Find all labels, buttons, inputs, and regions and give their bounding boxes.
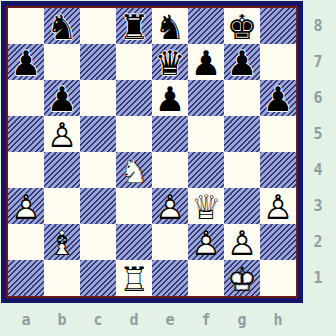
square-e6[interactable]: ♟ — [152, 80, 188, 116]
square-h3[interactable]: ♟♙ — [260, 188, 296, 224]
square-a5[interactable] — [8, 116, 44, 152]
square-g8[interactable]: ♚ — [224, 8, 260, 44]
square-b4[interactable] — [44, 152, 80, 188]
piece-white-king-g1[interactable]: ♚♔ — [224, 260, 260, 296]
file-label-b: b — [44, 305, 80, 335]
square-e4[interactable] — [152, 152, 188, 188]
piece-glyph: ♛ — [152, 45, 188, 80]
square-c8[interactable] — [80, 8, 116, 44]
square-d8[interactable]: ♜ — [116, 8, 152, 44]
square-e8[interactable]: ♞ — [152, 8, 188, 44]
rank-label-8: 8 — [303, 8, 333, 44]
rank-label-2: 2 — [303, 224, 333, 260]
file-label-c: c — [80, 305, 116, 335]
square-h2[interactable] — [260, 224, 296, 260]
square-e5[interactable] — [152, 116, 188, 152]
piece-glyph: ♟ — [8, 45, 44, 80]
piece-glyph: ♙ — [224, 225, 260, 260]
square-c1[interactable] — [80, 260, 116, 296]
piece-glyph: ♞ — [152, 9, 188, 44]
square-f7[interactable]: ♟ — [188, 44, 224, 80]
file-label-e: e — [152, 305, 188, 335]
file-label-h: h — [260, 305, 296, 335]
square-h6[interactable]: ♟ — [260, 80, 296, 116]
chess-diagram-page: ♞♜♞♚♟♛♟♟♟♟♟♟♙♞♘♟♙♟♙♛♕♟♙♝♗♟♙♟♙♜♖♚♔ 876543… — [0, 0, 336, 336]
piece-glyph: ♞ — [116, 153, 152, 188]
square-h5[interactable] — [260, 116, 296, 152]
piece-black-king-g8[interactable]: ♚ — [224, 8, 260, 44]
piece-white-pawn-b5[interactable]: ♟♙ — [44, 116, 80, 152]
square-g2[interactable]: ♟♙ — [224, 224, 260, 260]
piece-glyph: ♜ — [116, 9, 152, 44]
file-label-f: f — [188, 305, 224, 335]
rank-label-3: 3 — [303, 188, 333, 224]
piece-glyph: ♟ — [224, 45, 260, 80]
square-a7[interactable]: ♟ — [8, 44, 44, 80]
rank-label-6: 6 — [303, 80, 333, 116]
piece-glyph: ♟ — [44, 117, 80, 152]
square-c4[interactable] — [80, 152, 116, 188]
piece-black-pawn-g7[interactable]: ♟ — [224, 44, 260, 80]
piece-black-queen-e7[interactable]: ♛ — [152, 44, 188, 80]
square-d5[interactable] — [116, 116, 152, 152]
piece-glyph: ♟ — [188, 225, 224, 260]
square-a4[interactable] — [8, 152, 44, 188]
square-h7[interactable] — [260, 44, 296, 80]
piece-black-pawn-h6[interactable]: ♟ — [260, 80, 296, 116]
piece-black-rook-d8[interactable]: ♜ — [116, 8, 152, 44]
piece-glyph: ♔ — [224, 261, 260, 296]
piece-glyph: ♟ — [260, 189, 296, 224]
file-label-a: a — [8, 305, 44, 335]
square-f4[interactable] — [188, 152, 224, 188]
piece-glyph: ♚ — [224, 261, 260, 296]
piece-white-rook-d1[interactable]: ♜♖ — [116, 260, 152, 296]
square-b1[interactable] — [44, 260, 80, 296]
piece-black-pawn-f7[interactable]: ♟ — [188, 44, 224, 80]
square-g4[interactable] — [224, 152, 260, 188]
file-label-d: d — [116, 305, 152, 335]
square-d7[interactable] — [116, 44, 152, 80]
piece-glyph: ♙ — [152, 189, 188, 224]
piece-glyph: ♟ — [188, 45, 224, 80]
square-a1[interactable] — [8, 260, 44, 296]
piece-glyph: ♕ — [188, 189, 224, 224]
square-e3[interactable]: ♟♙ — [152, 188, 188, 224]
piece-white-pawn-e3[interactable]: ♟♙ — [152, 188, 188, 224]
piece-glyph: ♙ — [260, 189, 296, 224]
square-f3[interactable]: ♛♕ — [188, 188, 224, 224]
piece-glyph: ♗ — [44, 225, 80, 260]
piece-glyph: ♟ — [152, 81, 188, 116]
rank-label-5: 5 — [303, 116, 333, 152]
square-b6[interactable]: ♟ — [44, 80, 80, 116]
square-b2[interactable]: ♝♗ — [44, 224, 80, 260]
square-f2[interactable]: ♟♙ — [188, 224, 224, 260]
square-g5[interactable] — [224, 116, 260, 152]
piece-glyph: ♜ — [116, 261, 152, 296]
piece-white-pawn-g2[interactable]: ♟♙ — [224, 224, 260, 260]
square-d6[interactable] — [116, 80, 152, 116]
piece-glyph: ♙ — [188, 225, 224, 260]
piece-black-pawn-a7[interactable]: ♟ — [8, 44, 44, 80]
chess-board: ♞♜♞♚♟♛♟♟♟♟♟♟♙♞♘♟♙♟♙♛♕♟♙♝♗♟♙♟♙♜♖♚♔ — [8, 8, 296, 296]
square-f6[interactable] — [188, 80, 224, 116]
piece-white-pawn-a3[interactable]: ♟♙ — [8, 188, 44, 224]
piece-glyph: ♝ — [44, 225, 80, 260]
rank-label-1: 1 — [303, 260, 333, 296]
square-a3[interactable]: ♟♙ — [8, 188, 44, 224]
piece-white-bishop-b2[interactable]: ♝♗ — [44, 224, 80, 260]
square-c2[interactable] — [80, 224, 116, 260]
square-g3[interactable] — [224, 188, 260, 224]
square-g7[interactable]: ♟ — [224, 44, 260, 80]
square-f8[interactable] — [188, 8, 224, 44]
square-c3[interactable] — [80, 188, 116, 224]
square-c5[interactable] — [80, 116, 116, 152]
piece-white-knight-d4[interactable]: ♞♘ — [116, 152, 152, 188]
piece-glyph: ♖ — [116, 261, 152, 296]
square-b3[interactable] — [44, 188, 80, 224]
square-h1[interactable] — [260, 260, 296, 296]
piece-glyph: ♟ — [44, 81, 80, 116]
square-h8[interactable] — [260, 8, 296, 44]
piece-glyph: ♟ — [152, 189, 188, 224]
rank-label-4: 4 — [303, 152, 333, 188]
square-b7[interactable] — [44, 44, 80, 80]
piece-glyph: ♙ — [44, 117, 80, 152]
square-f5[interactable] — [188, 116, 224, 152]
file-label-g: g — [224, 305, 260, 335]
piece-white-pawn-h3[interactable]: ♟♙ — [260, 188, 296, 224]
square-d4[interactable]: ♞♘ — [116, 152, 152, 188]
piece-white-queen-f3[interactable]: ♛♕ — [188, 188, 224, 224]
piece-black-pawn-b6[interactable]: ♟ — [44, 80, 80, 116]
piece-black-knight-e8[interactable]: ♞ — [152, 8, 188, 44]
piece-glyph: ♚ — [224, 9, 260, 44]
square-a8[interactable] — [8, 8, 44, 44]
piece-glyph: ♞ — [44, 9, 80, 44]
square-b8[interactable]: ♞ — [44, 8, 80, 44]
piece-glyph: ♙ — [8, 189, 44, 224]
square-a2[interactable] — [8, 224, 44, 260]
square-a6[interactable] — [8, 80, 44, 116]
square-d2[interactable] — [116, 224, 152, 260]
piece-black-knight-b8[interactable]: ♞ — [44, 8, 80, 44]
piece-glyph: ♟ — [260, 81, 296, 116]
square-h4[interactable] — [260, 152, 296, 188]
square-c6[interactable] — [80, 80, 116, 116]
square-e1[interactable] — [152, 260, 188, 296]
square-g1[interactable]: ♚♔ — [224, 260, 260, 296]
square-c7[interactable] — [80, 44, 116, 80]
board-frame: ♞♜♞♚♟♛♟♟♟♟♟♟♙♞♘♟♙♟♙♛♕♟♙♝♗♟♙♟♙♜♖♚♔ — [1, 1, 303, 303]
piece-glyph: ♘ — [116, 153, 152, 188]
square-d1[interactable]: ♜♖ — [116, 260, 152, 296]
piece-glyph: ♟ — [224, 225, 260, 260]
rank-label-7: 7 — [303, 44, 333, 80]
square-e7[interactable]: ♛ — [152, 44, 188, 80]
piece-glyph: ♟ — [8, 189, 44, 224]
square-b5[interactable]: ♟♙ — [44, 116, 80, 152]
piece-glyph: ♛ — [188, 189, 224, 224]
piece-black-pawn-e6[interactable]: ♟ — [152, 80, 188, 116]
piece-white-pawn-f2[interactable]: ♟♙ — [188, 224, 224, 260]
square-e2[interactable] — [152, 224, 188, 260]
square-f1[interactable] — [188, 260, 224, 296]
square-g6[interactable] — [224, 80, 260, 116]
board-inner-border: ♞♜♞♚♟♛♟♟♟♟♟♟♙♞♘♟♙♟♙♛♕♟♙♝♗♟♙♟♙♜♖♚♔ — [6, 6, 298, 298]
square-d3[interactable] — [116, 188, 152, 224]
